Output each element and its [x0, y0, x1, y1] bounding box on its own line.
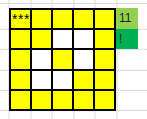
- cell-r2c3[interactable]: [52, 29, 73, 49]
- cell-r1c5[interactable]: [94, 9, 115, 29]
- cell-r5c2[interactable]: [31, 90, 52, 110]
- counter-cell[interactable]: 11: [116, 8, 138, 29]
- cell-r4c2[interactable]: [31, 70, 52, 90]
- cell-r5c5[interactable]: [94, 90, 115, 110]
- cell-r3c4[interactable]: [73, 49, 94, 69]
- cell-r3c5[interactable]: [94, 49, 115, 69]
- cell-r2c1[interactable]: [10, 29, 31, 49]
- cell-r1c3[interactable]: [52, 9, 73, 29]
- cell-r1c1[interactable]: ***: [10, 9, 31, 29]
- alert-flag-cell[interactable]: !: [116, 29, 138, 49]
- cell-r4c3[interactable]: [52, 70, 73, 90]
- cell-r3c1[interactable]: [10, 49, 31, 69]
- cell-r4c4[interactable]: [73, 70, 94, 90]
- cell-r3c2[interactable]: [31, 49, 52, 69]
- cell-r5c1[interactable]: [10, 90, 31, 110]
- cell-r1c2[interactable]: [31, 9, 52, 29]
- cell-r2c4[interactable]: [73, 29, 94, 49]
- cell-r4c5[interactable]: [94, 70, 115, 90]
- cell-r2c2[interactable]: [31, 29, 52, 49]
- cell-r1c4[interactable]: [73, 9, 94, 29]
- sheet-gridline-top: [0, 3, 147, 4]
- cell-r2c5[interactable]: [94, 29, 115, 49]
- puzzle-grid: ***: [9, 8, 116, 111]
- cell-r5c4[interactable]: [73, 90, 94, 110]
- cell-r3c3[interactable]: [52, 49, 73, 69]
- cell-r5c3[interactable]: [52, 90, 73, 110]
- cell-r4c1[interactable]: [10, 70, 31, 90]
- spreadsheet-canvas: *** 11 !: [0, 0, 147, 119]
